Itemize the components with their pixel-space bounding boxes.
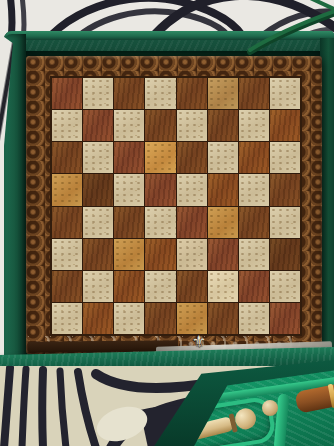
- square-g5[interactable]: [239, 174, 269, 205]
- square-e3[interactable]: [177, 239, 207, 270]
- square-h8[interactable]: [270, 78, 300, 109]
- square-c3[interactable]: [114, 239, 144, 270]
- square-d1[interactable]: [145, 303, 175, 334]
- square-e6[interactable]: [177, 142, 207, 173]
- square-h2[interactable]: [270, 271, 300, 302]
- square-d8[interactable]: [145, 78, 175, 109]
- square-f3[interactable]: [208, 239, 238, 270]
- square-e4[interactable]: [177, 207, 207, 238]
- board-grid: [52, 78, 300, 334]
- green-cord: [0, 0, 334, 70]
- square-b1[interactable]: [83, 303, 113, 334]
- square-c1[interactable]: [114, 303, 144, 334]
- square-g8[interactable]: [239, 78, 269, 109]
- square-f1[interactable]: [208, 303, 238, 334]
- square-e5[interactable]: [177, 174, 207, 205]
- square-b3[interactable]: [83, 239, 113, 270]
- square-a2[interactable]: [52, 271, 82, 302]
- square-g1[interactable]: [239, 303, 269, 334]
- tray-piece-knob[interactable]: [262, 400, 278, 416]
- square-e1[interactable]: [177, 303, 207, 334]
- square-g7[interactable]: [239, 110, 269, 141]
- square-e8[interactable]: [177, 78, 207, 109]
- square-h5[interactable]: [270, 174, 300, 205]
- square-g4[interactable]: [239, 207, 269, 238]
- square-h6[interactable]: [270, 142, 300, 173]
- square-g3[interactable]: [239, 239, 269, 270]
- square-f4[interactable]: [208, 207, 238, 238]
- square-a1[interactable]: [52, 303, 82, 334]
- square-d2[interactable]: [145, 271, 175, 302]
- square-f6[interactable]: [208, 142, 238, 173]
- square-a6[interactable]: [52, 142, 82, 173]
- square-d5[interactable]: [145, 174, 175, 205]
- square-c5[interactable]: [114, 174, 144, 205]
- square-e2[interactable]: [177, 271, 207, 302]
- fleur-de-lis-inlay: ⚜: [192, 332, 207, 352]
- chess-board: [26, 56, 322, 354]
- square-e7[interactable]: [177, 110, 207, 141]
- square-f5[interactable]: [208, 174, 238, 205]
- square-a8[interactable]: [52, 78, 82, 109]
- square-c7[interactable]: [114, 110, 144, 141]
- case-rim-right: [320, 38, 334, 368]
- square-c2[interactable]: [114, 271, 144, 302]
- square-c4[interactable]: [114, 207, 144, 238]
- square-c8[interactable]: [114, 78, 144, 109]
- square-b7[interactable]: [83, 110, 113, 141]
- square-g2[interactable]: [239, 271, 269, 302]
- tray-divider-ridge: [274, 394, 290, 446]
- square-g6[interactable]: [239, 142, 269, 173]
- square-d7[interactable]: [145, 110, 175, 141]
- square-h1[interactable]: [270, 303, 300, 334]
- square-b2[interactable]: [83, 271, 113, 302]
- square-b8[interactable]: [83, 78, 113, 109]
- square-b6[interactable]: [83, 142, 113, 173]
- square-b4[interactable]: [83, 207, 113, 238]
- square-c6[interactable]: [114, 142, 144, 173]
- square-d4[interactable]: [145, 207, 175, 238]
- square-d3[interactable]: [145, 239, 175, 270]
- square-a5[interactable]: [52, 174, 82, 205]
- photo-scene: ⚜: [0, 0, 334, 446]
- square-a4[interactable]: [52, 207, 82, 238]
- square-f7[interactable]: [208, 110, 238, 141]
- square-d6[interactable]: [145, 142, 175, 173]
- square-f8[interactable]: [208, 78, 238, 109]
- square-h3[interactable]: [270, 239, 300, 270]
- square-a7[interactable]: [52, 110, 82, 141]
- square-a3[interactable]: [52, 239, 82, 270]
- square-h4[interactable]: [270, 207, 300, 238]
- square-b5[interactable]: [83, 174, 113, 205]
- square-f2[interactable]: [208, 271, 238, 302]
- square-h7[interactable]: [270, 110, 300, 141]
